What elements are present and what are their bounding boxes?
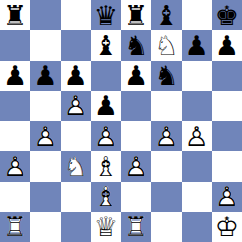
square-h7[interactable]: ♟︎ xyxy=(212,30,242,60)
piece-black-pawn[interactable]: ♟︎ xyxy=(61,61,91,91)
white-rook-outline: ♖︎ xyxy=(0,212,30,242)
square-d8[interactable]: ♛︎ xyxy=(91,0,121,30)
square-h1[interactable]: ♚︎♔︎ xyxy=(212,212,242,242)
square-f8[interactable]: ♝︎ xyxy=(151,0,181,30)
square-f4[interactable]: ♟︎♙︎ xyxy=(151,121,181,151)
piece-black-bishop[interactable]: ♝︎ xyxy=(151,0,181,30)
square-a5[interactable] xyxy=(0,91,30,121)
square-d4[interactable]: ♟︎♙︎ xyxy=(91,121,121,151)
piece-black-king[interactable]: ♚︎ xyxy=(212,0,242,30)
piece-black-pawn[interactable]: ♟︎ xyxy=(91,91,121,121)
square-e7[interactable]: ♞︎ xyxy=(121,30,151,60)
black-queen-glyph: ♛︎ xyxy=(91,0,121,30)
square-e3[interactable]: ♟︎♙︎ xyxy=(121,151,151,181)
square-b2[interactable] xyxy=(30,182,60,212)
square-a6[interactable]: ♟︎ xyxy=(0,61,30,91)
piece-white-rook[interactable]: ♜︎♖︎ xyxy=(121,212,151,242)
square-g8[interactable] xyxy=(182,0,212,30)
piece-white-pawn[interactable]: ♟︎♙︎ xyxy=(151,121,181,151)
square-h5[interactable] xyxy=(212,91,242,121)
white-pawn-outline: ♙︎ xyxy=(151,121,181,151)
piece-white-bishop[interactable]: ♝︎♗︎ xyxy=(91,182,121,212)
piece-black-pawn[interactable]: ♟︎ xyxy=(30,61,60,91)
white-knight-outline: ♘︎ xyxy=(151,30,181,60)
white-pawn-outline: ♙︎ xyxy=(182,121,212,151)
square-d5[interactable]: ♟︎ xyxy=(91,91,121,121)
piece-white-knight[interactable]: ♞︎♘︎ xyxy=(61,151,91,181)
square-h6[interactable] xyxy=(212,61,242,91)
square-b6[interactable]: ♟︎ xyxy=(30,61,60,91)
black-pawn-glyph: ♟︎ xyxy=(121,61,151,91)
piece-black-pawn[interactable]: ♟︎ xyxy=(121,61,151,91)
white-pawn-outline: ♙︎ xyxy=(121,151,151,181)
black-pawn-glyph: ♟︎ xyxy=(182,30,212,60)
square-g5[interactable] xyxy=(182,91,212,121)
square-h8[interactable]: ♚︎ xyxy=(212,0,242,30)
square-d3[interactable]: ♝︎♗︎ xyxy=(91,151,121,181)
square-a8[interactable]: ♜︎ xyxy=(0,0,30,30)
white-pawn-outline: ♙︎ xyxy=(0,151,30,181)
piece-white-pawn[interactable]: ♟︎♙︎ xyxy=(61,91,91,121)
square-a7[interactable] xyxy=(0,30,30,60)
square-c2[interactable] xyxy=(61,182,91,212)
square-a2[interactable] xyxy=(0,182,30,212)
square-b7[interactable] xyxy=(30,30,60,60)
piece-white-rook[interactable]: ♜︎♖︎ xyxy=(0,212,30,242)
square-d7[interactable]: ♝︎ xyxy=(91,30,121,60)
square-c7[interactable] xyxy=(61,30,91,60)
square-h2[interactable]: ♟︎♙︎ xyxy=(212,182,242,212)
square-f7[interactable]: ♞︎♘︎ xyxy=(151,30,181,60)
square-c8[interactable] xyxy=(61,0,91,30)
square-b4[interactable]: ♟︎♙︎ xyxy=(30,121,60,151)
piece-white-king[interactable]: ♚︎♔︎ xyxy=(212,212,242,242)
black-pawn-glyph: ♟︎ xyxy=(212,30,242,60)
black-pawn-glyph: ♟︎ xyxy=(0,61,30,91)
piece-black-knight[interactable]: ♞︎ xyxy=(121,30,151,60)
square-c1[interactable] xyxy=(61,212,91,242)
square-e6[interactable]: ♟︎ xyxy=(121,61,151,91)
square-e8[interactable]: ♜︎ xyxy=(121,0,151,30)
piece-black-rook[interactable]: ♜︎ xyxy=(0,0,30,30)
square-f2[interactable] xyxy=(151,182,181,212)
piece-white-pawn[interactable]: ♟︎♙︎ xyxy=(212,182,242,212)
square-d1[interactable]: ♛︎♕︎ xyxy=(91,212,121,242)
square-e5[interactable] xyxy=(121,91,151,121)
square-f3[interactable] xyxy=(151,151,181,181)
square-a4[interactable] xyxy=(0,121,30,151)
white-pawn-outline: ♙︎ xyxy=(61,91,91,121)
square-g7[interactable]: ♟︎ xyxy=(182,30,212,60)
piece-black-rook[interactable]: ♜︎ xyxy=(121,0,151,30)
piece-black-queen[interactable]: ♛︎ xyxy=(91,0,121,30)
white-king-outline: ♔︎ xyxy=(212,212,242,242)
square-g3[interactable] xyxy=(182,151,212,181)
square-e2[interactable] xyxy=(121,182,151,212)
white-pawn-outline: ♙︎ xyxy=(212,182,242,212)
square-a3[interactable]: ♟︎♙︎ xyxy=(0,151,30,181)
piece-white-pawn[interactable]: ♟︎♙︎ xyxy=(121,151,151,181)
square-c4[interactable] xyxy=(61,121,91,151)
piece-black-bishop[interactable]: ♝︎ xyxy=(91,30,121,60)
black-rook-glyph: ♜︎ xyxy=(121,0,151,30)
piece-white-knight[interactable]: ♞︎♘︎ xyxy=(151,30,181,60)
black-pawn-glyph: ♟︎ xyxy=(30,61,60,91)
piece-white-pawn[interactable]: ♟︎♙︎ xyxy=(91,121,121,151)
white-bishop-outline: ♗︎ xyxy=(91,182,121,212)
black-rook-glyph: ♜︎ xyxy=(0,0,30,30)
black-pawn-glyph: ♟︎ xyxy=(91,91,121,121)
piece-white-pawn[interactable]: ♟︎♙︎ xyxy=(0,151,30,181)
white-pawn-outline: ♙︎ xyxy=(91,121,121,151)
square-b1[interactable] xyxy=(30,212,60,242)
piece-black-pawn[interactable]: ♟︎ xyxy=(182,30,212,60)
square-a1[interactable]: ♜︎♖︎ xyxy=(0,212,30,242)
square-b8[interactable] xyxy=(30,0,60,30)
piece-white-pawn[interactable]: ♟︎♙︎ xyxy=(182,121,212,151)
square-b5[interactable] xyxy=(30,91,60,121)
square-g6[interactable] xyxy=(182,61,212,91)
square-e1[interactable]: ♜︎♖︎ xyxy=(121,212,151,242)
square-h4[interactable] xyxy=(212,121,242,151)
piece-white-queen[interactable]: ♛︎♕︎ xyxy=(91,212,121,242)
piece-black-knight[interactable]: ♞︎ xyxy=(151,61,181,91)
square-d2[interactable]: ♝︎♗︎ xyxy=(91,182,121,212)
black-pawn-glyph: ♟︎ xyxy=(61,61,91,91)
square-e4[interactable] xyxy=(121,121,151,151)
square-g1[interactable] xyxy=(182,212,212,242)
piece-black-pawn[interactable]: ♟︎ xyxy=(0,61,30,91)
piece-black-pawn[interactable]: ♟︎ xyxy=(212,30,242,60)
square-d6[interactable] xyxy=(91,61,121,91)
white-pawn-outline: ♙︎ xyxy=(30,121,60,151)
piece-white-pawn[interactable]: ♟︎♙︎ xyxy=(30,121,60,151)
black-king-glyph: ♚︎ xyxy=(212,0,242,30)
piece-white-bishop[interactable]: ♝︎♗︎ xyxy=(91,151,121,181)
black-bishop-glyph: ♝︎ xyxy=(151,0,181,30)
square-b3[interactable] xyxy=(30,151,60,181)
square-f1[interactable] xyxy=(151,212,181,242)
square-c6[interactable]: ♟︎ xyxy=(61,61,91,91)
square-g4[interactable]: ♟︎♙︎ xyxy=(182,121,212,151)
square-f5[interactable] xyxy=(151,91,181,121)
white-queen-outline: ♕︎ xyxy=(91,212,121,242)
white-knight-outline: ♘︎ xyxy=(61,151,91,181)
chess-board: ♜︎♛︎♜︎♝︎♚︎♝︎♞︎♞︎♘︎♟︎♟︎♟︎♟︎♟︎♟︎♞︎♟︎♙︎♟︎♟︎… xyxy=(0,0,242,242)
square-g2[interactable] xyxy=(182,182,212,212)
square-h3[interactable] xyxy=(212,151,242,181)
black-knight-glyph: ♞︎ xyxy=(121,30,151,60)
black-bishop-glyph: ♝︎ xyxy=(91,30,121,60)
square-f6[interactable]: ♞︎ xyxy=(151,61,181,91)
white-rook-outline: ♖︎ xyxy=(121,212,151,242)
square-c5[interactable]: ♟︎♙︎ xyxy=(61,91,91,121)
white-bishop-outline: ♗︎ xyxy=(91,151,121,181)
square-c3[interactable]: ♞︎♘︎ xyxy=(61,151,91,181)
black-knight-glyph: ♞︎ xyxy=(151,61,181,91)
